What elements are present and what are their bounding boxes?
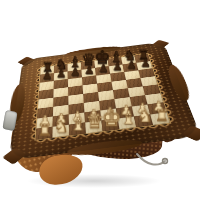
white-knight[interactable]: ♞	[137, 108, 152, 125]
black-pawn[interactable]: ♟	[42, 70, 52, 81]
product-photo-scene: ♜♞♝♛♚♝♞♜♟♟♟♟♟♟♟♟♟♟♟♟♟♟♟♟♜♞♝♛♚♝♞♜	[0, 0, 200, 200]
white-bishop[interactable]: ♝	[69, 116, 85, 134]
white-king[interactable]: ♚	[101, 107, 121, 130]
square-b1[interactable]: ♞	[52, 125, 69, 138]
black-pawn[interactable]: ♟	[126, 59, 136, 70]
square-f1[interactable]: ♝	[118, 116, 137, 129]
white-rook[interactable]: ♜	[154, 107, 168, 123]
square-g1[interactable]: ♞	[134, 114, 153, 127]
black-pawn[interactable]: ♟	[70, 66, 80, 77]
black-pawn[interactable]: ♟	[112, 61, 122, 72]
black-pawn[interactable]: ♟	[84, 65, 94, 76]
white-bishop[interactable]: ♝	[120, 109, 136, 127]
square-a1[interactable]: ♜	[36, 127, 53, 140]
black-pawn[interactable]: ♟	[98, 63, 108, 74]
table-top: ♜♞♝♛♚♝♞♜♟♟♟♟♟♟♟♟♟♟♟♟♟♟♟♟♜♞♝♛♚♝♞♜	[9, 42, 200, 161]
latch-hook-icon	[134, 151, 170, 173]
white-knight[interactable]: ♞	[53, 119, 68, 136]
white-rook[interactable]: ♜	[37, 122, 51, 138]
black-pawn[interactable]: ♟	[140, 57, 150, 68]
black-pawn[interactable]: ♟	[56, 68, 66, 79]
